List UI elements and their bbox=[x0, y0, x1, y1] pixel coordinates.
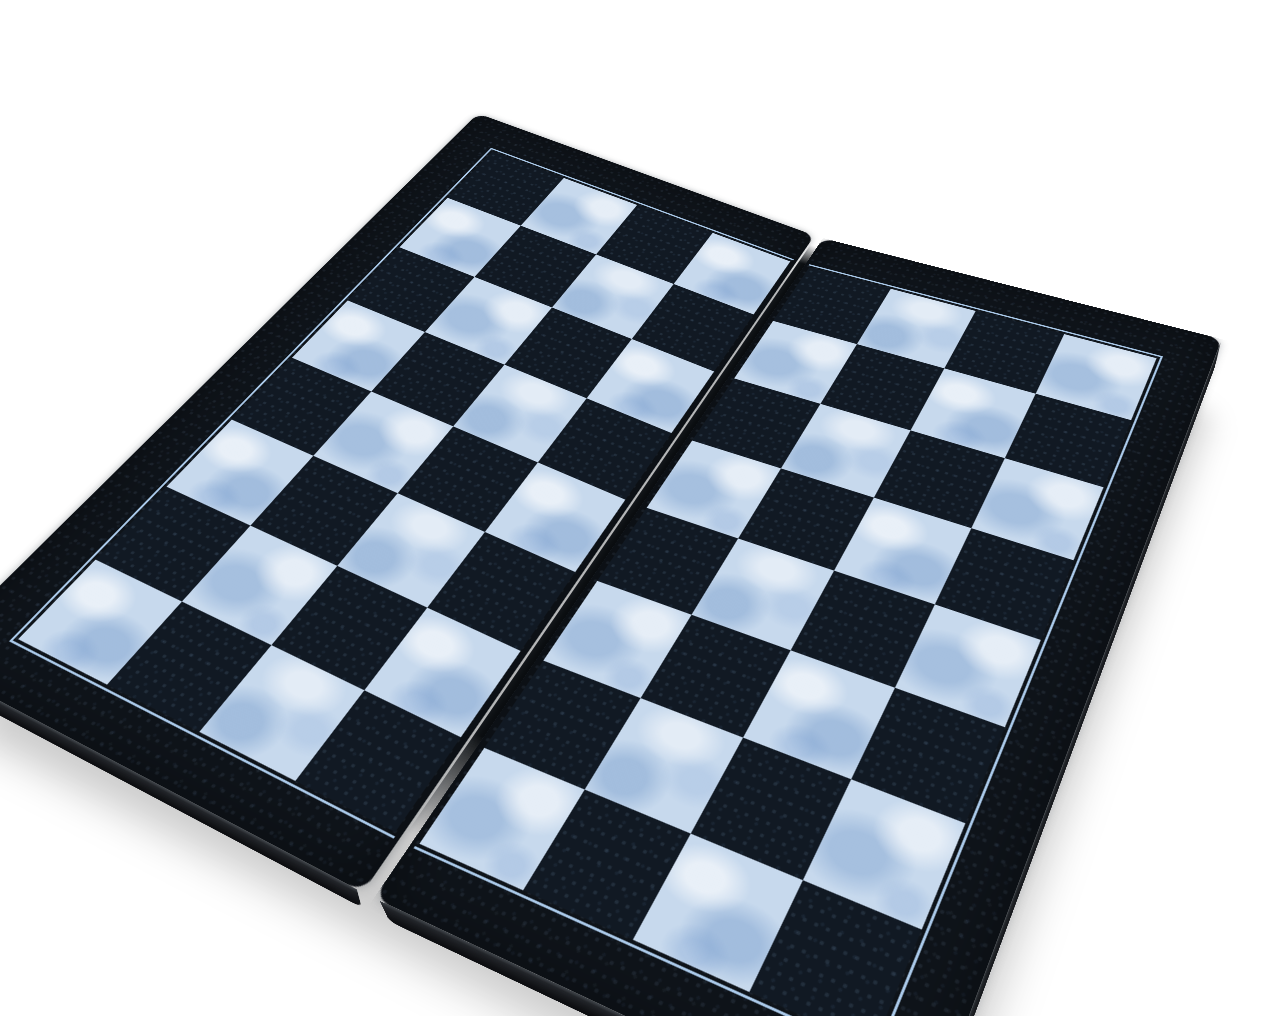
square-r5c4 bbox=[543, 581, 691, 698]
square-r3c6 bbox=[834, 498, 971, 605]
square-r6c1 bbox=[182, 526, 337, 646]
square-r5c6 bbox=[743, 650, 895, 779]
square-r5c3 bbox=[427, 532, 575, 651]
square-r7c5 bbox=[523, 790, 691, 940]
square-r7c7 bbox=[749, 880, 921, 1016]
square-r3c7 bbox=[935, 528, 1074, 640]
photo-canvas bbox=[0, 0, 1280, 1016]
square-r6c0 bbox=[96, 487, 251, 602]
square-r6c2 bbox=[271, 566, 427, 690]
square-r5c7 bbox=[851, 688, 1005, 824]
square-r6c7 bbox=[803, 779, 966, 929]
square-r5c2 bbox=[337, 493, 485, 607]
square-r7c1 bbox=[107, 602, 271, 732]
square-r4c6 bbox=[791, 571, 935, 688]
square-r4c5 bbox=[692, 538, 835, 650]
square-r6c5 bbox=[585, 698, 743, 834]
square-r6c6 bbox=[691, 738, 851, 881]
board-scene bbox=[0, 0, 1280, 1016]
square-r4c7 bbox=[895, 604, 1041, 727]
square-r5c5 bbox=[641, 615, 791, 738]
square-r7c0 bbox=[18, 560, 182, 685]
square-r4c4 bbox=[597, 508, 738, 615]
square-r7c2 bbox=[199, 645, 364, 781]
square-r7c6 bbox=[633, 834, 803, 992]
